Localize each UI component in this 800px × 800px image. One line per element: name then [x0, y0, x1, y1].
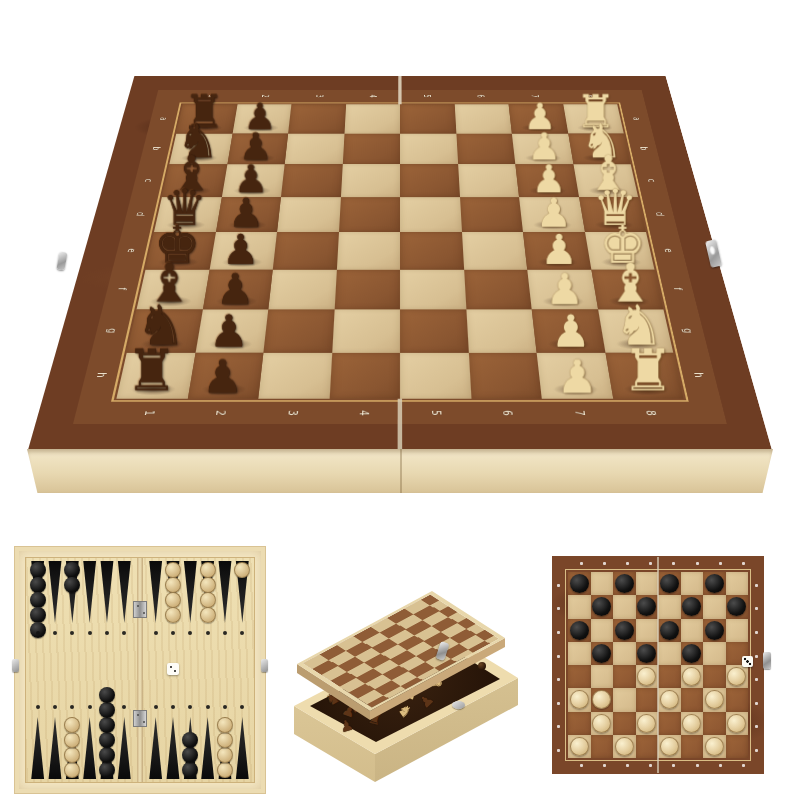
- coordinate-tick: [626, 764, 629, 767]
- chess-square: [344, 104, 400, 133]
- point-dot: [98, 630, 115, 636]
- coordinate-tick: [696, 562, 699, 565]
- checker-piece-white: [637, 667, 656, 686]
- point-dot: [81, 704, 98, 710]
- backgammon-checker-natural: [165, 577, 181, 593]
- hinge-icon: [133, 710, 147, 727]
- coordinate-label: b: [637, 147, 650, 151]
- coordinate-tick: [557, 607, 560, 610]
- backgammon-checker-natural: [217, 747, 233, 763]
- coordinate-label: 3: [313, 95, 325, 98]
- checkers-square: [726, 595, 749, 618]
- coordinate-label: g: [680, 328, 695, 333]
- checkers-square: [703, 619, 726, 642]
- point-dot: [164, 704, 181, 710]
- backgammon-checker-natural: [200, 592, 216, 608]
- coordinate-label: a: [157, 117, 169, 120]
- checkers-square: [703, 665, 726, 688]
- checkers-square: [681, 572, 704, 595]
- checker-piece-black: [637, 597, 656, 616]
- checkers-square: [681, 712, 704, 735]
- chess-square: [468, 352, 542, 398]
- point-dot: [29, 630, 46, 636]
- coordinate-tick: [755, 725, 758, 728]
- coordinate-tick: [557, 749, 560, 752]
- die: [742, 656, 753, 667]
- checkers-square: [658, 619, 681, 642]
- checkers-square: [591, 735, 614, 758]
- chess-square: [329, 352, 400, 398]
- coordinate-label: a: [630, 117, 642, 120]
- backgammon-point: [98, 561, 115, 623]
- backgammon-checker-black: [182, 747, 198, 763]
- coordinate-tick: [742, 764, 745, 767]
- checkers-square: [636, 572, 659, 595]
- folded-box: ♞♟♝♟♛♟♝♚♜♞♟♟♟♟: [280, 556, 520, 791]
- point-dot: [147, 704, 164, 710]
- checker-piece-black: [615, 574, 634, 593]
- checkers-square: [568, 595, 591, 618]
- main-board-scene: ♜♟♟♜♞♟♟♞♝♟♟♝♛♟♟♛♚♟♟♚♝♟♟♝♞♟♟♞♜♟♟♜ 1234567…: [0, 0, 800, 540]
- backgammon-point: [116, 561, 133, 623]
- backgammon-point: [29, 717, 46, 779]
- point-dot: [64, 704, 81, 710]
- chess-square: [464, 269, 532, 309]
- backgammon-checker-black: [30, 577, 46, 593]
- backgammon-checker-black: [99, 702, 115, 718]
- coordinate-tick: [672, 562, 675, 565]
- backgammon-checker-natural: [64, 717, 80, 733]
- point-dot: [164, 630, 181, 636]
- backgammon-checker-black: [64, 562, 80, 578]
- coordinate-label: 5: [421, 95, 432, 98]
- chess-square: [400, 269, 466, 309]
- coordinate-tick: [719, 562, 722, 565]
- checker-piece-black: [660, 574, 679, 593]
- checker-piece-white: [727, 714, 746, 733]
- backgammon-checker-natural: [234, 562, 250, 578]
- coordinate-tick: [580, 562, 583, 565]
- checker-piece-white: [660, 737, 679, 756]
- checkers-square: [591, 665, 614, 688]
- backgammon-right-half: [144, 558, 254, 782]
- bg-dot-row: [147, 704, 251, 710]
- chess-square: [458, 164, 519, 197]
- chess-square: ♜: [605, 352, 684, 398]
- checker-piece-white: [705, 690, 724, 709]
- checker-piece-black: [660, 621, 679, 640]
- checker-piece-white: [660, 690, 679, 709]
- backgammon-checker-black: [30, 562, 46, 578]
- checkers-square: [613, 572, 636, 595]
- chess-square: [456, 133, 515, 164]
- chess-square: [268, 269, 336, 309]
- checkers-square: [591, 712, 614, 735]
- backgammon-checker-natural: [64, 747, 80, 763]
- checkers-square: [613, 688, 636, 711]
- backgammon-checker-black: [99, 717, 115, 733]
- checkers-square: [568, 665, 591, 688]
- chess-square: [288, 104, 346, 133]
- checkers-square: [613, 619, 636, 642]
- backgammon-point: [147, 717, 164, 779]
- backgammon-checker-natural: [200, 562, 216, 578]
- coordinate-tick: [755, 607, 758, 610]
- checkers-square: [636, 712, 659, 735]
- backgammon-checker-natural: [217, 732, 233, 748]
- coordinate-tick: [755, 749, 758, 752]
- chess-square: [400, 232, 464, 269]
- point-dot: [182, 630, 199, 636]
- coordinate-tick: [755, 702, 758, 705]
- backgammon-point: [234, 561, 251, 623]
- checker-piece-white: [682, 667, 701, 686]
- chess-square: [400, 104, 456, 133]
- backgammon-point: [46, 717, 63, 779]
- coordinate-tick: [603, 764, 606, 767]
- checkers-square: [613, 735, 636, 758]
- backgammon-point: [64, 717, 81, 779]
- main-board-surface: ♜♟♟♜♞♟♟♞♝♟♟♝♛♟♟♛♚♟♟♚♝♟♟♝♞♟♟♞♜♟♟♜ 1234567…: [28, 76, 772, 451]
- checkers-square: [726, 712, 749, 735]
- checkers-square: [568, 688, 591, 711]
- backgammon-point: [164, 561, 181, 623]
- checker-piece-white: [570, 690, 589, 709]
- chess-square: [263, 309, 334, 352]
- backgammon-fold-seam: [137, 558, 143, 782]
- chess-square: [454, 104, 512, 133]
- checker-piece-black: [637, 644, 656, 663]
- checkers-inner-frame: [565, 569, 751, 761]
- checkers-square: [568, 572, 591, 595]
- checkers-square: [658, 735, 681, 758]
- point-dot: [116, 704, 133, 710]
- chess-square: [340, 164, 400, 197]
- point-dot: [29, 704, 46, 710]
- checker-piece-black: [615, 621, 634, 640]
- checkers-square: [636, 665, 659, 688]
- latch-icon: [12, 659, 19, 672]
- backgammon-point: [116, 717, 133, 779]
- checkers-square: [658, 642, 681, 665]
- checkers-square: [568, 619, 591, 642]
- backgammon-checker-black: [99, 732, 115, 748]
- chess-square: [466, 309, 537, 352]
- die: [167, 663, 179, 675]
- coordinate-tick: [742, 562, 745, 565]
- checkers-square: [726, 572, 749, 595]
- checkers-square: [591, 595, 614, 618]
- hinge-icon: [133, 601, 147, 618]
- latch-icon: [452, 701, 465, 709]
- checkers-square: [613, 642, 636, 665]
- bg-dot-row: [29, 704, 133, 710]
- chess-piece-dark-P: ♟: [202, 353, 243, 399]
- bg-bottom-left-row: [29, 717, 133, 779]
- backgammon-checker-black: [30, 592, 46, 608]
- point-dot: [116, 630, 133, 636]
- checker-piece-black: [592, 644, 611, 663]
- checker-piece-black: [705, 574, 724, 593]
- coordinate-tick: [557, 631, 560, 634]
- backgammon-interior: [25, 557, 255, 783]
- point-dot: [216, 630, 233, 636]
- checkers-square: [703, 642, 726, 665]
- chess-square: [336, 232, 400, 269]
- backgammon-checker-natural: [165, 562, 181, 578]
- checkers-square: [726, 619, 749, 642]
- backgammon-point: [199, 717, 216, 779]
- backgammon-point: [98, 717, 115, 779]
- checkers-square: [613, 665, 636, 688]
- coordinate-label: 6: [475, 95, 487, 98]
- checker-piece-white: [682, 714, 701, 733]
- checker-piece-black: [682, 644, 701, 663]
- checkers-board: [552, 556, 764, 774]
- checkers-square: [658, 688, 681, 711]
- checkers-square: [681, 665, 704, 688]
- checkers-square: [658, 572, 681, 595]
- backgammon-checker-black: [99, 747, 115, 763]
- coordinate-tick: [557, 702, 560, 705]
- coordinate-tick: [649, 764, 652, 767]
- chess-square: [332, 309, 400, 352]
- chess-square: [342, 133, 400, 164]
- board-side-edge: [27, 449, 773, 493]
- checkers-square: [636, 642, 659, 665]
- bg-dot-row: [29, 630, 133, 636]
- checkers-square: [568, 712, 591, 735]
- coordinate-tick: [755, 678, 758, 681]
- backgammon-point: [46, 561, 63, 623]
- backgammon-checker-natural: [165, 592, 181, 608]
- checkers-square: [591, 642, 614, 665]
- chess-piece-light-R: ♜: [622, 342, 674, 400]
- chess-piece-dark-R: ♜: [126, 342, 178, 400]
- chess-square: [400, 309, 468, 352]
- coordinate-tick: [696, 764, 699, 767]
- latch-icon: [261, 659, 268, 672]
- checkers-square: [726, 688, 749, 711]
- chess-square: ♟: [532, 309, 605, 352]
- coordinate-tick: [755, 584, 758, 587]
- coordinate-label: 4: [367, 95, 378, 98]
- chess-square: [462, 232, 528, 269]
- checkers-square: [568, 642, 591, 665]
- checkers-square: [658, 665, 681, 688]
- checker-piece-white: [637, 714, 656, 733]
- coordinate-tick: [557, 584, 560, 587]
- chess-square: ♟: [202, 269, 272, 309]
- backgammon-checker-black: [64, 577, 80, 593]
- chess-piece-light-P: ♟: [545, 267, 583, 310]
- chess-square: [281, 164, 342, 197]
- backgammon-checker-natural: [200, 577, 216, 593]
- checkers-square: [726, 735, 749, 758]
- checkers-square: [658, 712, 681, 735]
- checker-piece-white: [705, 737, 724, 756]
- backgammon-checker-black: [30, 607, 46, 623]
- checker-piece-white: [570, 737, 589, 756]
- chess-square: ♟: [187, 352, 263, 398]
- checkers-square: [681, 619, 704, 642]
- backgammon-checker-natural: [64, 732, 80, 748]
- coordinate-tick: [672, 764, 675, 767]
- backgammon-checker-natural: [217, 717, 233, 733]
- coordinate-tick: [557, 725, 560, 728]
- point-dot: [216, 704, 233, 710]
- point-dot: [199, 704, 216, 710]
- point-dot: [64, 630, 81, 636]
- backgammon-point: [81, 717, 98, 779]
- checker-piece-black: [570, 574, 589, 593]
- chess-square: [258, 352, 332, 398]
- coordinate-tick: [649, 562, 652, 565]
- checkers-square: [681, 688, 704, 711]
- backgammon-checker-natural: [200, 607, 216, 623]
- checkers-square: [591, 688, 614, 711]
- backgammon-point: [147, 561, 164, 623]
- checkers-square: [591, 572, 614, 595]
- checkers-square: [658, 595, 681, 618]
- backgammon-point: [234, 717, 251, 779]
- chess-square: ♟: [537, 352, 613, 398]
- checker-piece-black: [570, 621, 589, 640]
- backgammon-checker-black: [99, 687, 115, 703]
- coordinate-tick: [557, 655, 560, 658]
- chess-square: [400, 352, 471, 398]
- checkers-square: [726, 665, 749, 688]
- chess-piece-dark-P: ♟: [216, 267, 254, 310]
- point-dot: [234, 630, 251, 636]
- checkers-square: [568, 735, 591, 758]
- point-dot: [182, 704, 199, 710]
- point-dot: [234, 704, 251, 710]
- coordinate-label: b: [150, 147, 163, 151]
- checker-piece-white: [727, 667, 746, 686]
- bg-top-right-row: [147, 561, 251, 623]
- bg-bottom-right-row: [147, 717, 251, 779]
- chess-piece-light-P: ♟: [556, 353, 597, 399]
- checkers-square: [703, 688, 726, 711]
- left-clasp-icon: [56, 251, 67, 270]
- checker-piece-white: [592, 714, 611, 733]
- chess-square: [400, 133, 458, 164]
- point-dot: [147, 630, 164, 636]
- checkers-square: [636, 595, 659, 618]
- coordinate-label: g: [104, 328, 119, 333]
- point-dot: [46, 630, 63, 636]
- bg-dot-row: [147, 630, 251, 636]
- checkers-square: [636, 688, 659, 711]
- checkers-square: [681, 642, 704, 665]
- checkers-square: [613, 712, 636, 735]
- chess-square: ♟: [195, 309, 268, 352]
- chess-piece-dark-P: ♟: [210, 309, 250, 353]
- checker-piece-white: [615, 737, 634, 756]
- point-dot: [46, 704, 63, 710]
- backgammon-left-half: [26, 558, 136, 782]
- chess-piece-light-P: ♟: [551, 309, 591, 353]
- checkers-square: [703, 595, 726, 618]
- checkers-square: [703, 572, 726, 595]
- bg-top-left-row: [29, 561, 133, 623]
- checkers-square: [636, 735, 659, 758]
- checkers-square: [703, 735, 726, 758]
- backgammon-point: [81, 561, 98, 623]
- checker-piece-black: [705, 621, 724, 640]
- coordinate-tick: [580, 764, 583, 767]
- checkers-square: [613, 595, 636, 618]
- checker-piece-black: [682, 597, 701, 616]
- coordinate-tick: [603, 562, 606, 565]
- chess-square: [285, 133, 344, 164]
- checker-piece-black: [592, 597, 611, 616]
- backgammon-point: [164, 717, 181, 779]
- coordinate-tick: [719, 764, 722, 767]
- backgammon-checker-black: [182, 732, 198, 748]
- backgammon-board: [14, 546, 266, 794]
- backgammon-point: [29, 561, 46, 623]
- chess-square: [334, 269, 400, 309]
- clasp-icon: [763, 652, 771, 669]
- checkers-square: [703, 712, 726, 735]
- backgammon-checker-black: [99, 762, 115, 778]
- backgammon-point: [64, 561, 81, 623]
- backgammon-point: [216, 561, 233, 623]
- checkers-square: [591, 619, 614, 642]
- backgammon-point: [216, 717, 233, 779]
- backgammon-checker-natural: [217, 762, 233, 778]
- coordinate-tick: [557, 678, 560, 681]
- checkers-fold-seam: [657, 557, 659, 773]
- stored-chess-piece: ♟: [417, 691, 437, 711]
- chess-square: ♟: [527, 269, 597, 309]
- checker-piece-black: [727, 597, 746, 616]
- checkers-square: [681, 595, 704, 618]
- checkers-square: [636, 619, 659, 642]
- coordinate-tick: [755, 655, 758, 658]
- stored-checker: [478, 662, 486, 670]
- chess-square: [273, 232, 339, 269]
- checkers-square: [681, 735, 704, 758]
- backgammon-point: [199, 561, 216, 623]
- point-dot: [81, 630, 98, 636]
- backgammon-point: [182, 561, 199, 623]
- backgammon-point: [182, 717, 199, 779]
- point-dot: [199, 630, 216, 636]
- chess-square: [400, 164, 460, 197]
- chess-square: ♜: [116, 352, 195, 398]
- backgammon-checker-natural: [165, 607, 181, 623]
- checker-piece-white: [592, 690, 611, 709]
- coordinate-tick: [755, 631, 758, 634]
- coordinate-tick: [626, 562, 629, 565]
